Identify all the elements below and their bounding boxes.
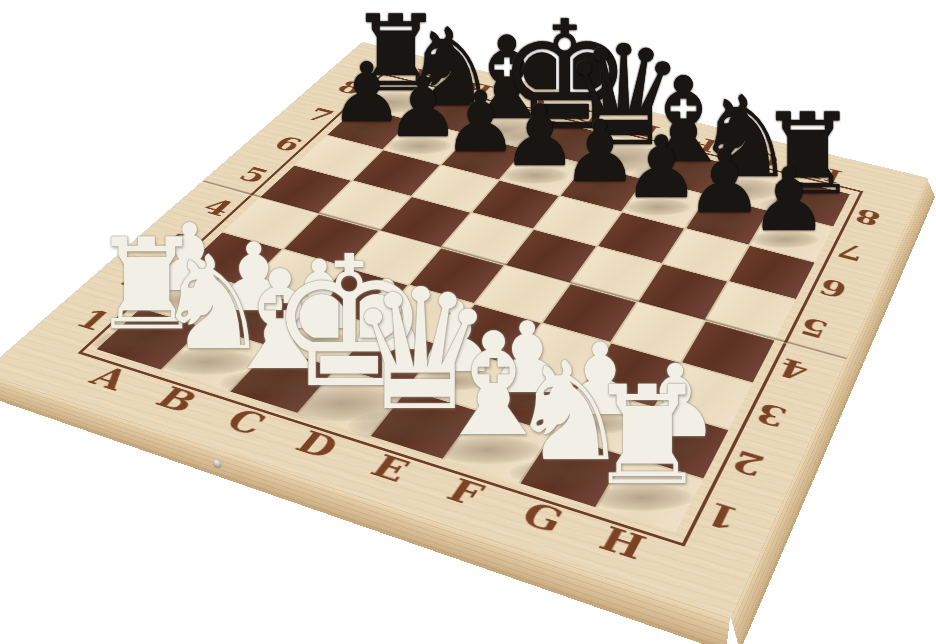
file-label-bottom-d: D <box>290 427 344 464</box>
file-label-top-d: D <box>570 106 608 127</box>
file-label-bottom-c: C <box>220 405 272 440</box>
file-label-top-b: B <box>459 79 497 99</box>
file-label-top-a: A <box>406 66 442 85</box>
file-label-bottom-f: F <box>442 474 490 511</box>
rank-label-right-2: 2 <box>727 446 768 481</box>
rank-label-right-6: 6 <box>816 275 851 301</box>
rank-label-right-3: 3 <box>752 398 791 431</box>
file-label-bottom-b: B <box>150 383 204 417</box>
rank-label-right-1: 1 <box>701 497 744 535</box>
file-label-top-c: C <box>515 92 551 112</box>
chess-set-photo: AA11BB22CC33DD44EE55FF66GG77HH88 ♜♞♝♚♛♝♞… <box>0 0 936 644</box>
file-label-top-f: F <box>688 134 721 155</box>
file-label-bottom-a: A <box>84 362 136 395</box>
file-label-bottom-h: H <box>594 522 651 565</box>
file-label-bottom-e: E <box>365 450 415 487</box>
file-label-top-e: E <box>629 120 663 141</box>
rank-label-right-5: 5 <box>796 313 832 341</box>
rank-label-right-4: 4 <box>775 354 813 384</box>
file-label-top-g: G <box>746 148 783 170</box>
file-label-bottom-g: G <box>516 497 569 537</box>
rank-label-right-8: 8 <box>852 205 884 228</box>
rank-label-right-7: 7 <box>834 239 867 264</box>
